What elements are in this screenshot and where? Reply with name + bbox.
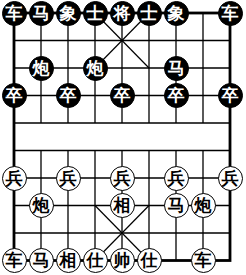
piece-red-horse[interactable]: 马 [29,248,54,273]
piece-red-soldier[interactable]: 兵 [218,166,243,191]
piece-black-soldier[interactable]: 卒 [56,83,81,108]
piece-black-soldier[interactable]: 卒 [164,83,189,108]
piece-red-advisor[interactable]: 仕 [83,248,108,273]
piece-red-elephant[interactable]: 相 [110,193,135,218]
piece-red-general[interactable]: 帅 [110,248,135,273]
piece-red-soldier[interactable]: 兵 [164,166,189,191]
piece-black-chariot[interactable]: 车 [218,1,243,26]
piece-black-chariot[interactable]: 车 [2,1,27,26]
piece-black-horse[interactable]: 马 [29,1,54,26]
piece-red-cannon[interactable]: 炮 [29,193,54,218]
piece-black-cannon[interactable]: 炮 [29,56,54,81]
piece-red-soldier[interactable]: 兵 [2,166,27,191]
piece-red-advisor[interactable]: 仕 [137,248,162,273]
piece-black-elephant[interactable]: 象 [56,1,81,26]
piece-black-advisor[interactable]: 士 [137,1,162,26]
piece-red-chariot[interactable]: 车 [2,248,27,273]
piece-red-elephant[interactable]: 相 [56,248,81,273]
piece-black-horse[interactable]: 马 [164,56,189,81]
piece-red-soldier[interactable]: 兵 [110,166,135,191]
piece-black-advisor[interactable]: 士 [83,1,108,26]
piece-black-soldier[interactable]: 卒 [110,83,135,108]
piece-red-cannon[interactable]: 炮 [191,193,216,218]
piece-black-elephant[interactable]: 象 [164,1,189,26]
piece-black-soldier[interactable]: 卒 [2,83,27,108]
piece-red-soldier[interactable]: 兵 [56,166,81,191]
piece-black-general[interactable]: 将 [110,1,135,26]
piece-layer: 车马象士将士象车炮炮马卒卒卒卒卒兵兵兵兵兵炮相马炮车马相仕帅仕车 [1,0,244,274]
piece-black-cannon[interactable]: 炮 [83,56,108,81]
xiangqi-board: 车马象士将士象车炮炮马卒卒卒卒卒兵兵兵兵兵炮相马炮车马相仕帅仕车 [0,0,246,275]
piece-red-horse[interactable]: 马 [164,193,189,218]
piece-black-soldier[interactable]: 卒 [218,83,243,108]
piece-red-chariot[interactable]: 车 [191,248,216,273]
